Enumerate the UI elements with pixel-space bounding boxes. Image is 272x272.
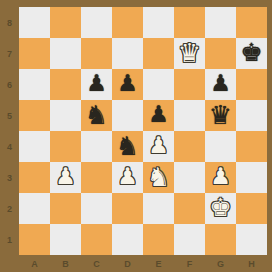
square-e5[interactable]: ♟ (143, 100, 174, 131)
square-a2[interactable] (19, 193, 50, 224)
rank-label-3: 3 (0, 162, 19, 193)
square-g3[interactable]: ♟ (205, 162, 236, 193)
file-label-a: A (19, 255, 50, 272)
square-d5[interactable] (112, 100, 143, 131)
square-c1[interactable] (81, 224, 112, 255)
piece-black-knight-c5[interactable]: ♞ (85, 102, 108, 128)
square-c3[interactable] (81, 162, 112, 193)
square-b5[interactable] (50, 100, 81, 131)
square-d3[interactable]: ♟ (112, 162, 143, 193)
piece-black-pawn-g6[interactable]: ♟ (210, 72, 231, 95)
square-a1[interactable] (19, 224, 50, 255)
square-b4[interactable] (50, 131, 81, 162)
file-labels: ABCDEFGH (19, 255, 267, 272)
piece-white-pawn-d3[interactable]: ♟ (117, 165, 138, 188)
square-e4[interactable]: ♟ (143, 131, 174, 162)
piece-white-pawn-b3[interactable]: ♟ (55, 165, 76, 188)
square-d2[interactable] (112, 193, 143, 224)
piece-black-knight-d4[interactable]: ♞ (116, 133, 139, 159)
square-a5[interactable] (19, 100, 50, 131)
square-f1[interactable] (174, 224, 205, 255)
piece-white-pawn-g3[interactable]: ♟ (210, 165, 231, 188)
square-f7[interactable]: ♛ (174, 38, 205, 69)
square-d7[interactable] (112, 38, 143, 69)
chess-board[interactable]: ♛♚♟♟♟♞♟♛♞♟♟♟♞♟♚ (19, 7, 267, 255)
file-label-e: E (143, 255, 174, 272)
square-c6[interactable]: ♟ (81, 69, 112, 100)
square-f6[interactable] (174, 69, 205, 100)
square-e6[interactable] (143, 69, 174, 100)
piece-white-pawn-e4[interactable]: ♟ (148, 134, 169, 157)
square-g8[interactable] (205, 7, 236, 38)
square-a4[interactable] (19, 131, 50, 162)
file-label-h: H (236, 255, 267, 272)
square-f3[interactable] (174, 162, 205, 193)
square-h1[interactable] (236, 224, 267, 255)
rank-labels: 87654321 (0, 7, 19, 255)
piece-black-queen-g5[interactable]: ♛ (209, 102, 232, 128)
rank-label-6: 6 (0, 69, 19, 100)
rank-label-7: 7 (0, 38, 19, 69)
square-g5[interactable]: ♛ (205, 100, 236, 131)
square-g6[interactable]: ♟ (205, 69, 236, 100)
piece-black-king-h7[interactable]: ♚ (240, 40, 262, 65)
file-label-b: B (50, 255, 81, 272)
square-c8[interactable] (81, 7, 112, 38)
piece-white-king-g2[interactable]: ♚ (209, 195, 231, 220)
file-label-c: C (81, 255, 112, 272)
square-h7[interactable]: ♚ (236, 38, 267, 69)
square-f2[interactable] (174, 193, 205, 224)
square-e2[interactable] (143, 193, 174, 224)
square-b6[interactable] (50, 69, 81, 100)
square-b3[interactable]: ♟ (50, 162, 81, 193)
rank-label-8: 8 (0, 7, 19, 38)
square-g4[interactable] (205, 131, 236, 162)
square-a8[interactable] (19, 7, 50, 38)
square-h8[interactable] (236, 7, 267, 38)
piece-black-pawn-e5[interactable]: ♟ (148, 103, 169, 126)
square-d8[interactable] (112, 7, 143, 38)
square-b7[interactable] (50, 38, 81, 69)
square-h2[interactable] (236, 193, 267, 224)
rank-label-1: 1 (0, 224, 19, 255)
square-c5[interactable]: ♞ (81, 100, 112, 131)
rank-label-2: 2 (0, 193, 19, 224)
square-d1[interactable] (112, 224, 143, 255)
square-a3[interactable] (19, 162, 50, 193)
square-f8[interactable] (174, 7, 205, 38)
square-g2[interactable]: ♚ (205, 193, 236, 224)
square-a7[interactable] (19, 38, 50, 69)
square-g1[interactable] (205, 224, 236, 255)
square-c7[interactable] (81, 38, 112, 69)
square-h4[interactable] (236, 131, 267, 162)
file-label-d: D (112, 255, 143, 272)
file-label-f: F (174, 255, 205, 272)
piece-white-knight-e3[interactable]: ♞ (147, 164, 170, 190)
square-d6[interactable]: ♟ (112, 69, 143, 100)
piece-black-pawn-d6[interactable]: ♟ (117, 72, 138, 95)
square-c4[interactable] (81, 131, 112, 162)
square-h5[interactable] (236, 100, 267, 131)
square-h3[interactable] (236, 162, 267, 193)
square-g7[interactable] (205, 38, 236, 69)
square-f4[interactable] (174, 131, 205, 162)
square-e7[interactable] (143, 38, 174, 69)
square-h6[interactable] (236, 69, 267, 100)
square-f5[interactable] (174, 100, 205, 131)
file-label-g: G (205, 255, 236, 272)
square-c2[interactable] (81, 193, 112, 224)
piece-white-queen-f7[interactable]: ♛ (178, 40, 201, 66)
square-e1[interactable] (143, 224, 174, 255)
square-b1[interactable] (50, 224, 81, 255)
piece-black-pawn-c6[interactable]: ♟ (86, 72, 107, 95)
square-a6[interactable] (19, 69, 50, 100)
rank-label-5: 5 (0, 100, 19, 131)
chess-board-diagram: 87654321 ♛♚♟♟♟♞♟♛♞♟♟♟♞♟♚ ABCDEFGH (0, 0, 272, 272)
square-d4[interactable]: ♞ (112, 131, 143, 162)
rank-label-4: 4 (0, 131, 19, 162)
square-e3[interactable]: ♞ (143, 162, 174, 193)
square-b2[interactable] (50, 193, 81, 224)
square-e8[interactable] (143, 7, 174, 38)
square-b8[interactable] (50, 7, 81, 38)
